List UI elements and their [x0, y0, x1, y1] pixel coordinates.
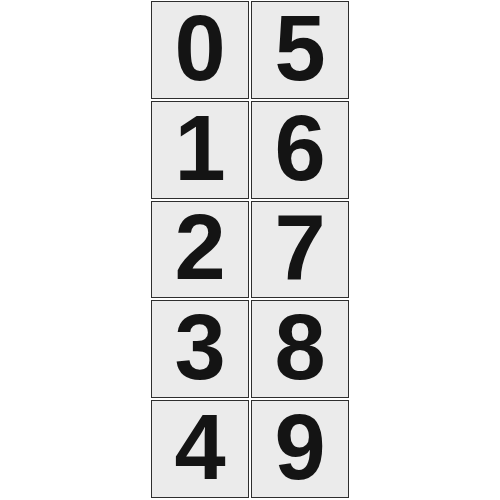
number-tile-grid: 0 5 1 6 2 7 3 8 4 9 [151, 1, 349, 498]
digit-1: 1 [174, 102, 225, 194]
tile-8: 8 [251, 300, 349, 398]
digit-6: 6 [274, 102, 325, 194]
tile-0: 0 [151, 1, 249, 99]
digit-8: 8 [274, 301, 325, 393]
digit-4: 4 [174, 401, 225, 493]
tile-4: 4 [151, 400, 249, 498]
digit-2: 2 [174, 201, 225, 293]
tile-7: 7 [251, 201, 349, 299]
digit-0: 0 [174, 2, 225, 94]
tile-9: 9 [251, 400, 349, 498]
tile-1: 1 [151, 101, 249, 199]
digit-9: 9 [274, 401, 325, 493]
tile-2: 2 [151, 201, 249, 299]
tile-3: 3 [151, 300, 249, 398]
digit-3: 3 [174, 301, 225, 393]
digit-7: 7 [274, 201, 325, 293]
tile-5: 5 [251, 1, 349, 99]
tile-6: 6 [251, 101, 349, 199]
sticker-sheet-photo: 0 5 1 6 2 7 3 8 4 9 [0, 0, 500, 500]
digit-5: 5 [274, 2, 325, 94]
